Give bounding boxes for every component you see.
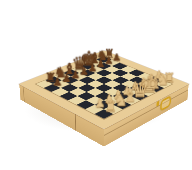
square-c6 xyxy=(70,80,87,88)
square-g4 xyxy=(120,73,136,80)
square-e5 xyxy=(96,77,113,84)
lid-edge-line xyxy=(23,86,25,102)
fold-seam xyxy=(75,114,77,132)
square-d6 xyxy=(79,77,96,84)
product-photo-scene: ♜♞♝♛♚♝♞♜♟♟♟♟♟♟♟♟♟♟♟♟♟♟♟♟♜♞♝♛♚♝♞♜ xyxy=(0,0,192,170)
brass-latch-icon xyxy=(160,95,171,112)
